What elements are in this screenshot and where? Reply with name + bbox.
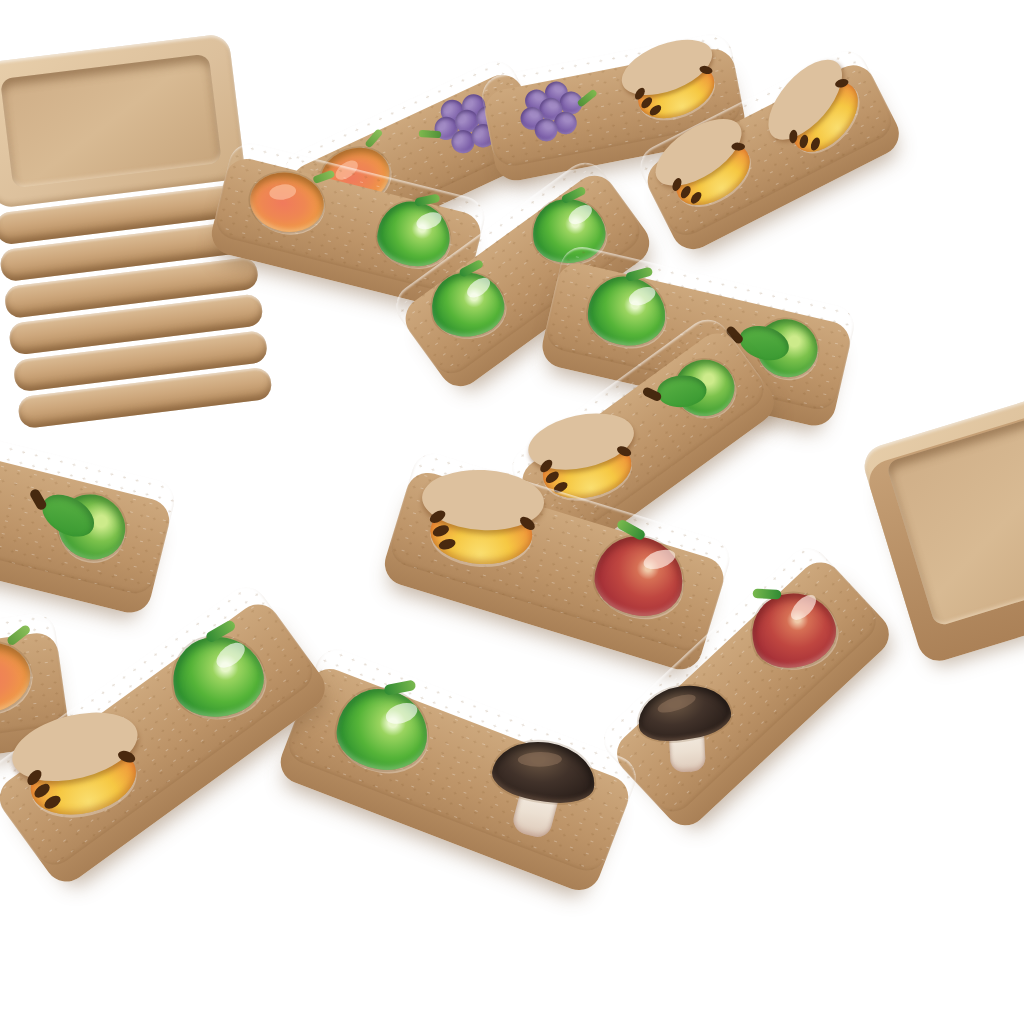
orange-stem [6,624,32,647]
green-apple-icon [373,197,453,270]
mushroom-icon [632,679,741,780]
apple-gloss [212,638,249,673]
apple-gloss [463,275,493,303]
green-apple-icon [585,274,668,349]
apple-stem [414,193,440,206]
tray-recess [0,54,222,189]
apple-stem [458,259,484,278]
tile-face [282,643,642,877]
apple-gloss [565,202,595,229]
tile-half [549,515,730,638]
banana-icon [659,122,762,220]
orange-stem [364,128,383,148]
apple-gloss [414,209,444,232]
tile-half [128,597,309,757]
stack-top-tray[interactable] [0,33,246,209]
apple-stem [560,186,586,205]
tray-recess [885,401,1024,627]
orange-gloss [268,183,296,202]
apple-stem [204,619,237,644]
domino-greenapple-mushroom[interactable] [282,643,642,877]
red-apple-icon [743,584,843,677]
tile-half [214,152,358,252]
tile-half [0,468,172,572]
apple-gloss [641,546,678,573]
mushroom-cap [634,679,734,746]
banana-icon [771,63,873,167]
mushroom-cap [489,735,600,809]
red-apple-icon [588,529,689,622]
green-apple-icon [167,629,270,723]
tile-half [0,632,65,722]
apple-stem [615,518,646,541]
orange-stem [312,169,335,184]
apple-stem [753,588,782,599]
apple-stem [383,679,416,695]
apple-gloss [787,590,821,624]
grapes-stem [419,130,442,138]
mushroom-icon [481,734,602,846]
apple-gloss [383,700,420,729]
tile-half [480,64,619,161]
banana-icon [20,722,144,829]
pear-icon [19,468,137,572]
pear-icon [644,360,736,421]
photo-stage [0,0,1024,1024]
green-apple-icon [427,268,507,341]
apple-gloss [626,284,658,310]
grapes-icon [508,77,591,148]
orange-icon [0,637,35,719]
green-apple-icon [332,683,434,776]
storage-tray[interactable] [859,377,1024,651]
orange-icon [245,167,328,238]
banana-icon [428,485,534,570]
apple-stem [625,266,653,282]
